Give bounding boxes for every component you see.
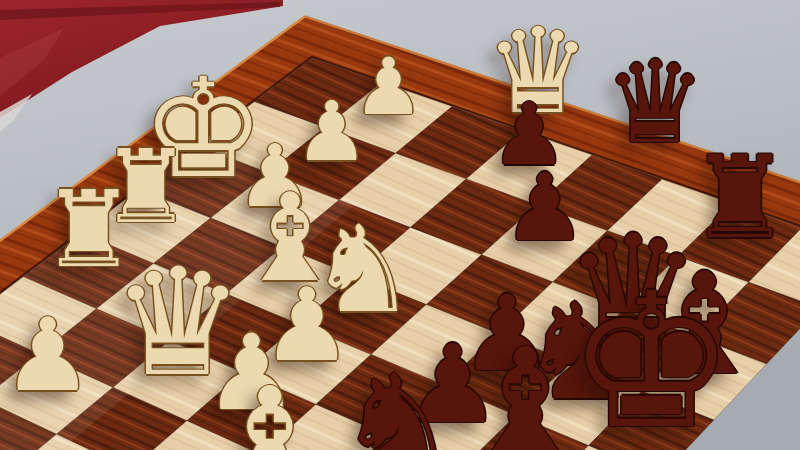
chess-board	[0, 0, 800, 450]
scene-photo: ♛♟♛♟♟♚♟♜♜♟♜♝♞♛♟♟♝♛♟♞♟♟♚♝♞♝	[0, 0, 800, 450]
